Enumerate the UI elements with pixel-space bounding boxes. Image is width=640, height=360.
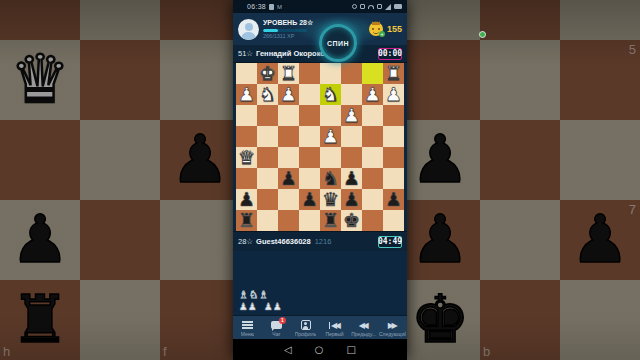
black-king: ♚ [341, 210, 362, 231]
spin-label: СПИН [327, 40, 349, 47]
player-name: Guest46636028 [256, 237, 311, 246]
board-square[interactable] [257, 105, 278, 126]
avatar[interactable] [238, 19, 259, 40]
board-square[interactable] [236, 168, 257, 189]
board-square[interactable] [320, 63, 341, 84]
white-rook: ♜ [278, 63, 299, 84]
board-square[interactable]: ♚ [341, 210, 362, 231]
board-square[interactable] [257, 210, 278, 231]
first-icon: ◀◀ [329, 321, 341, 330]
board-square[interactable] [383, 105, 404, 126]
captured-pawn: ♟ [273, 301, 282, 312]
black-knight: ♞ [320, 168, 341, 189]
white-queen: ♛ [236, 147, 257, 168]
white-pawn: ♟ [341, 105, 362, 126]
white-knight: ♞ [257, 84, 278, 105]
board-square[interactable] [341, 63, 362, 84]
board-square[interactable]: ♜ [383, 63, 404, 84]
status-icons [349, 4, 402, 10]
board-square[interactable] [383, 168, 404, 189]
screen: ♛5♟♟♟♟♟7♜hf♚b 06:38 M УРОВЕНЬ 28☆ [0, 0, 640, 360]
board-square[interactable] [362, 63, 383, 84]
captured-pawn: ♟ [239, 301, 248, 312]
black-rook: ♜ [320, 210, 341, 231]
board-square[interactable]: ♟ [236, 84, 257, 105]
crown-icon [372, 21, 380, 25]
board-square[interactable] [278, 189, 299, 210]
black-pawn: ♟ [341, 168, 362, 189]
signal-icon [385, 4, 391, 10]
opponent-level: 51☆ [238, 49, 253, 58]
board-square[interactable]: ♜ [236, 210, 257, 231]
board-square[interactable] [383, 126, 404, 147]
board-square[interactable]: ♟ [320, 126, 341, 147]
nav-label: Меню [241, 331, 255, 337]
board-square[interactable] [236, 126, 257, 147]
black-rook: ♜ [236, 210, 257, 231]
board-square[interactable]: ♛ [320, 189, 341, 210]
nav-label: Предыду... [351, 331, 376, 337]
black-queen: ♛ [320, 189, 341, 210]
white-king: ♚ [257, 63, 278, 84]
board-square[interactable] [236, 63, 257, 84]
white-pawn: ♟ [383, 84, 404, 105]
white-knight: ♞ [320, 84, 341, 105]
captured-pieces-tray: ♝♞♝ ♟♟♟♟ [239, 288, 282, 312]
captured-bishop: ♝ [259, 289, 268, 300]
black-pawn: ♟ [278, 168, 299, 189]
black-pawn: ♟ [299, 189, 320, 210]
captured-pawn: ♟ [264, 301, 273, 312]
chat-badge: 1 [279, 317, 286, 324]
prev-icon: ◀◀ [359, 321, 368, 330]
board-square[interactable] [362, 189, 383, 210]
board-square[interactable] [257, 147, 278, 168]
board-square[interactable] [299, 105, 320, 126]
board-square[interactable]: ♞ [257, 84, 278, 105]
captured-bishop: ♝ [239, 289, 248, 300]
board-square[interactable] [299, 126, 320, 147]
headset-icon [368, 5, 374, 9]
android-nav-bar: ◁○□ [233, 339, 407, 360]
board-square[interactable]: ♟ [299, 189, 320, 210]
spin-button[interactable]: СПИН [319, 24, 357, 62]
next-icon: ▶▶ [388, 321, 397, 330]
app-header: УРОВЕНЬ 28☆ 266/1311 ХР СПИН + 155 [233, 13, 407, 45]
board-square[interactable] [320, 147, 341, 168]
board-square[interactable] [278, 126, 299, 147]
battery-save-icon [269, 4, 274, 10]
board-square[interactable] [236, 105, 257, 126]
captured-knight: ♞ [249, 289, 258, 300]
board-square[interactable] [299, 147, 320, 168]
black-pawn: ♟ [383, 189, 404, 210]
board-square[interactable] [257, 168, 278, 189]
board-square[interactable]: ♟ [236, 189, 257, 210]
black-pawn: ♟ [236, 189, 257, 210]
board-square[interactable]: ♞ [320, 168, 341, 189]
white-pawn: ♟ [362, 84, 383, 105]
captured-pawn: ♟ [248, 301, 257, 312]
board-square[interactable] [341, 84, 362, 105]
player-bar: 28☆ Guest46636028 1216 04:49 [233, 231, 407, 251]
player-rating: 1216 [315, 237, 332, 246]
battery-icon [394, 4, 402, 9]
black-pawn: ♟ [341, 189, 362, 210]
board-square[interactable]: ♟ [278, 168, 299, 189]
nav-item-profile[interactable]: Профиль [291, 316, 320, 339]
board-square[interactable] [257, 126, 278, 147]
android-recents-button[interactable]: □ [346, 339, 355, 360]
nav-label: Чат [272, 331, 280, 337]
board-square[interactable]: ♟ [383, 84, 404, 105]
nav-item-prev[interactable]: ◀◀Предыду... [349, 316, 378, 339]
android-back-button[interactable]: ◁ [284, 339, 292, 360]
board-square[interactable]: ♛ [236, 147, 257, 168]
board-square[interactable] [299, 84, 320, 105]
board-square[interactable] [257, 189, 278, 210]
board-square[interactable]: ♟ [278, 84, 299, 105]
captured-pawns: ♟♟♟♟ [239, 300, 282, 312]
nav-label: Следующий [379, 331, 406, 337]
avatar-body [241, 32, 256, 40]
nav-label: Первый [325, 331, 343, 337]
board-square[interactable] [341, 147, 362, 168]
avatar-status-badge [479, 31, 486, 38]
xp-progress-fill [263, 29, 278, 32]
opponent-name: Геннадий Окороков [256, 49, 329, 58]
board-square[interactable] [362, 210, 383, 231]
board-square[interactable]: ♜ [320, 210, 341, 231]
board-square[interactable]: ♟ [362, 84, 383, 105]
status-bar: 06:38 M [233, 0, 407, 13]
board-square[interactable] [299, 63, 320, 84]
board-square[interactable] [362, 147, 383, 168]
board-square[interactable]: ♜ [278, 63, 299, 84]
network-type-icon: M [277, 4, 282, 10]
chess-app-window: 06:38 M УРОВЕНЬ 28☆ 266/1311 ХР [233, 0, 407, 360]
status-time: 06:38 [247, 3, 266, 10]
android-home-button[interactable]: ○ [315, 339, 324, 360]
board-square[interactable] [299, 168, 320, 189]
board-square[interactable]: ♚ [257, 63, 278, 84]
opponent-clock: 00:00 [378, 48, 402, 60]
chess-board[interactable]: ♚♜♜♟♞♟♞♟♟♟♟♛♟♞♟♟♟♛♟♟♜♜♚ [236, 63, 404, 231]
white-rook: ♜ [383, 63, 404, 84]
captured-minor-pieces: ♝♞♝ [239, 288, 282, 300]
coin-block[interactable]: + 155 [369, 22, 402, 36]
nav-item-chat[interactable]: 1Чат [262, 316, 291, 339]
board-square[interactable] [278, 105, 299, 126]
board-square[interactable] [383, 210, 404, 231]
board-square[interactable]: ♟ [341, 168, 362, 189]
board-square[interactable] [362, 126, 383, 147]
middle-area: ♝♞♝ ♟♟♟♟ [233, 251, 407, 315]
nav-item-first[interactable]: ◀◀Первый [320, 316, 349, 339]
board-square[interactable] [278, 210, 299, 231]
board-square[interactable] [341, 126, 362, 147]
nav-item-next[interactable]: ▶▶Следующий [378, 316, 407, 339]
white-pawn: ♟ [320, 126, 341, 147]
screenshot-icon [360, 4, 365, 9]
alarm-icon [352, 4, 357, 9]
player-level: 28☆ [238, 237, 253, 246]
board-square[interactable] [362, 168, 383, 189]
board-square[interactable]: ♟ [341, 189, 362, 210]
board-square[interactable] [299, 210, 320, 231]
board-square[interactable] [383, 147, 404, 168]
bottom-nav-bar: Меню1ЧатПрофиль◀◀Первый◀◀Предыду...▶▶Сле… [233, 315, 407, 339]
coin-count: 155 [387, 24, 402, 34]
board-square[interactable]: ♞ [320, 84, 341, 105]
white-pawn: ♟ [278, 84, 299, 105]
menu-icon [242, 321, 253, 329]
add-coins-icon: + [379, 31, 385, 37]
board-square[interactable] [362, 105, 383, 126]
nav-label: Профиль [295, 331, 317, 337]
profile-icon [301, 320, 311, 330]
board-square[interactable]: ♟ [341, 105, 362, 126]
avatar-head [245, 23, 253, 31]
board-square[interactable] [278, 147, 299, 168]
nav-item-menu[interactable]: Меню [233, 316, 262, 339]
white-pawn: ♟ [236, 84, 257, 105]
emoji-coin-icon: + [369, 22, 383, 36]
app-notification-icon [377, 4, 382, 9]
board-square[interactable]: ♟ [383, 189, 404, 210]
player-clock: 04:49 [378, 236, 402, 248]
board-square[interactable] [320, 105, 341, 126]
